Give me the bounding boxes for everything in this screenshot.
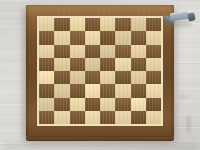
square-c6 — [70, 45, 85, 58]
square-e6 — [100, 45, 115, 58]
square-h6 — [146, 45, 161, 58]
square-h5 — [146, 58, 161, 71]
square-h2 — [146, 98, 161, 111]
square-a3 — [39, 84, 54, 97]
square-g1 — [131, 111, 146, 124]
square-h3 — [146, 84, 161, 97]
square-d4 — [85, 71, 100, 84]
square-c8 — [70, 18, 85, 31]
board-inlay-border — [37, 16, 163, 126]
square-c3 — [70, 84, 85, 97]
square-b3 — [54, 84, 69, 97]
square-g2 — [131, 98, 146, 111]
square-f3 — [115, 84, 130, 97]
square-c4 — [70, 71, 85, 84]
square-e5 — [100, 58, 115, 71]
chess-board — [26, 5, 174, 137]
square-d2 — [85, 98, 100, 111]
square-c5 — [70, 58, 85, 71]
square-f5 — [115, 58, 130, 71]
square-e1 — [100, 111, 115, 124]
square-g3 — [131, 84, 146, 97]
square-h1 — [146, 111, 161, 124]
square-b8 — [54, 18, 69, 31]
gray-handle-object — [163, 10, 197, 28]
board-side-edge — [26, 137, 174, 141]
square-a5 — [39, 58, 54, 71]
wall-smudge — [179, 95, 188, 99]
wall-smudge — [186, 115, 191, 133]
square-a7 — [39, 31, 54, 44]
square-a2 — [39, 98, 54, 111]
square-d3 — [85, 84, 100, 97]
square-c2 — [70, 98, 85, 111]
square-b4 — [54, 71, 69, 84]
square-d5 — [85, 58, 100, 71]
board-grid — [39, 18, 161, 124]
square-f8 — [115, 18, 130, 31]
square-b6 — [54, 45, 69, 58]
square-h7 — [146, 31, 161, 44]
table-edge-shade — [4, 142, 196, 150]
square-g8 — [131, 18, 146, 31]
square-c1 — [70, 111, 85, 124]
square-c7 — [70, 31, 85, 44]
square-a4 — [39, 71, 54, 84]
square-f7 — [115, 31, 130, 44]
square-e2 — [100, 98, 115, 111]
square-e7 — [100, 31, 115, 44]
square-g6 — [131, 45, 146, 58]
square-e4 — [100, 71, 115, 84]
square-f6 — [115, 45, 130, 58]
square-a8 — [39, 18, 54, 31]
square-h4 — [146, 71, 161, 84]
square-d7 — [85, 31, 100, 44]
square-g4 — [131, 71, 146, 84]
handle-tip — [187, 12, 196, 21]
square-b5 — [54, 58, 69, 71]
photo-scene — [0, 0, 200, 150]
square-f1 — [115, 111, 130, 124]
square-e3 — [100, 84, 115, 97]
square-a6 — [39, 45, 54, 58]
square-d6 — [85, 45, 100, 58]
square-b2 — [54, 98, 69, 111]
square-b7 — [54, 31, 69, 44]
square-d1 — [85, 111, 100, 124]
square-h8 — [146, 18, 161, 31]
square-g7 — [131, 31, 146, 44]
square-e8 — [100, 18, 115, 31]
square-f2 — [115, 98, 130, 111]
square-f4 — [115, 71, 130, 84]
square-b1 — [54, 111, 69, 124]
square-g5 — [131, 58, 146, 71]
square-d8 — [85, 18, 100, 31]
square-a1 — [39, 111, 54, 124]
